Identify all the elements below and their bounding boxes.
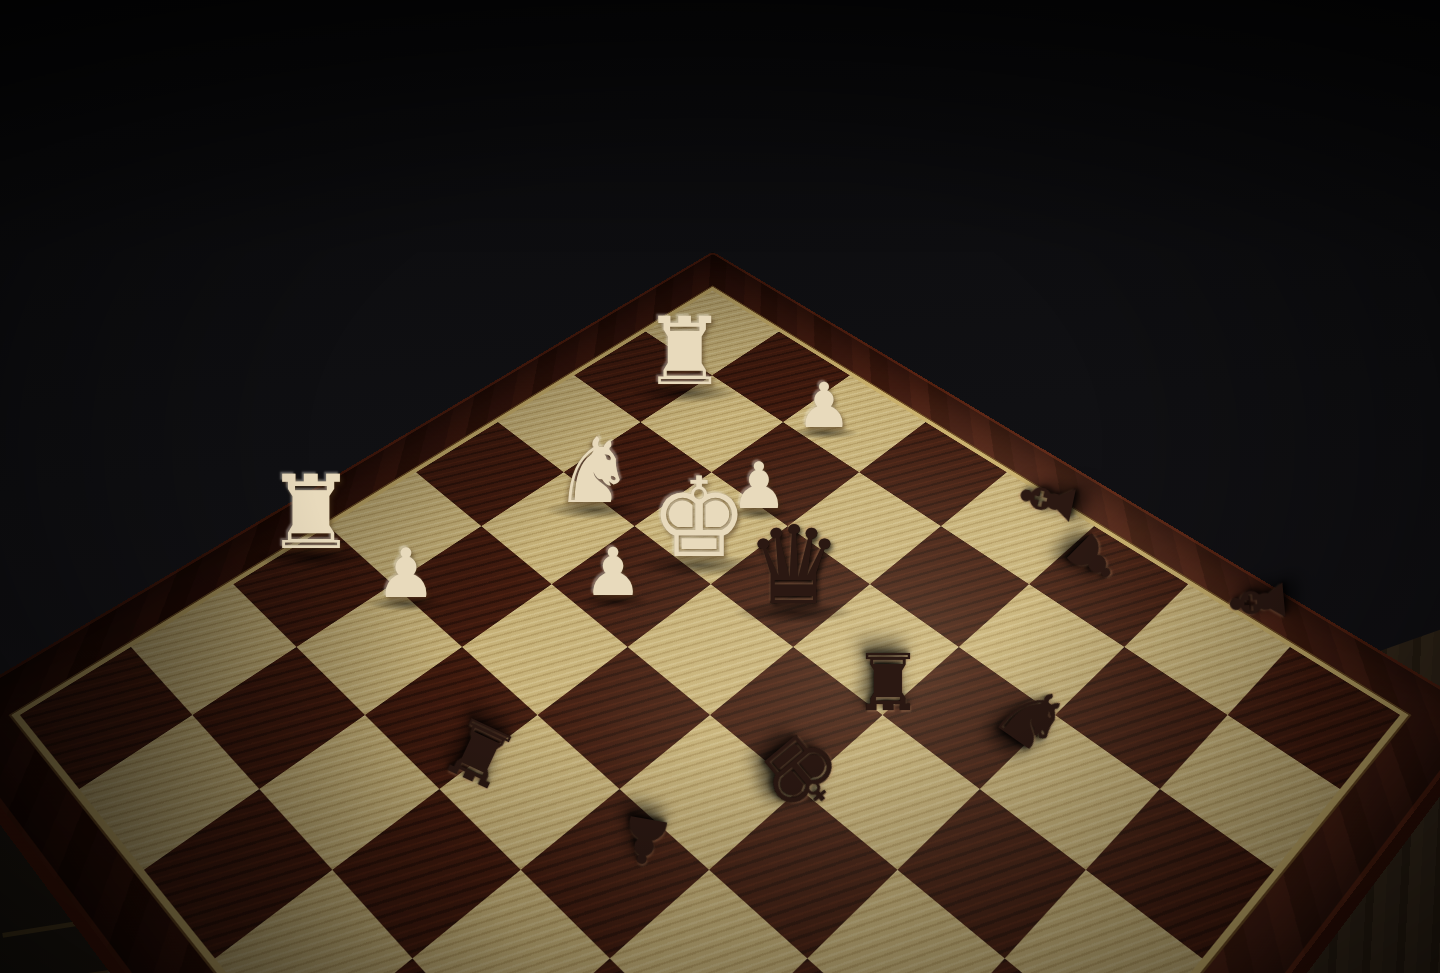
white-king-e4[interactable]: ♚ [650, 463, 749, 573]
black-bishop-h7-fallen[interactable]: ♝ [1218, 566, 1298, 639]
black-queen-f4[interactable]: ♛ [746, 512, 843, 620]
white-knight-d4[interactable]: ♞ [554, 426, 635, 516]
white-rook-c2[interactable]: ♜ [265, 462, 356, 564]
black-pawn-g1-fallen[interactable]: ♟ [612, 805, 678, 876]
white-pawn-d6[interactable]: ♟ [796, 375, 852, 437]
black-king-h3-fallen[interactable]: ♚ [739, 710, 861, 833]
white-pawn-d2[interactable]: ♟ [376, 540, 437, 608]
piece-layer: ♜♟♝♞♟♜♚♟♟♟♝♛♜♞♜♚♟ [0, 0, 1440, 973]
black-rook-f1-fallen[interactable]: ♜ [432, 702, 528, 802]
black-knight-h4-fallen[interactable]: ♞ [980, 665, 1085, 772]
white-pawn-e3[interactable]: ♟ [583, 540, 642, 606]
white-rook-c6[interactable]: ♜ [643, 305, 727, 399]
black-rook-g4-fallen[interactable]: ♜ [853, 641, 923, 719]
chess-photo-scene: ♜♟♝♞♟♜♚♟♟♟♝♛♜♞♜♚♟ [0, 0, 1440, 973]
